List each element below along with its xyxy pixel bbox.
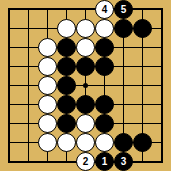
white-stone	[76, 38, 95, 57]
white-stone	[57, 133, 76, 152]
star-point	[83, 83, 88, 88]
black-stone	[57, 95, 76, 114]
black-stone	[133, 19, 152, 38]
white-stone	[76, 133, 95, 152]
white-stone	[57, 19, 76, 38]
white-stone	[38, 38, 57, 57]
black-stone	[57, 38, 76, 57]
white-stone-move-2: 2	[76, 152, 95, 171]
black-stone	[57, 76, 76, 95]
white-stone	[38, 114, 57, 133]
white-stone	[38, 133, 57, 152]
black-stone	[57, 114, 76, 133]
black-stone	[76, 57, 95, 76]
white-stone	[95, 19, 114, 38]
black-stone	[95, 95, 114, 114]
white-stone	[38, 76, 57, 95]
black-stone	[114, 19, 133, 38]
black-stone	[76, 95, 95, 114]
go-board[interactable]: 45213	[0, 0, 171, 171]
black-stone	[95, 57, 114, 76]
black-stone	[133, 133, 152, 152]
white-stone	[76, 114, 95, 133]
black-stone	[114, 133, 133, 152]
white-stone	[76, 19, 95, 38]
white-stone	[95, 133, 114, 152]
black-stone-move-3: 3	[114, 152, 133, 171]
black-stone-move-1: 1	[95, 152, 114, 171]
black-stone	[95, 114, 114, 133]
black-stone	[57, 57, 76, 76]
white-stone	[38, 95, 57, 114]
black-stone	[95, 38, 114, 57]
white-stone	[38, 57, 57, 76]
black-stone-move-5: 5	[114, 0, 133, 19]
white-stone-move-4: 4	[95, 0, 114, 19]
